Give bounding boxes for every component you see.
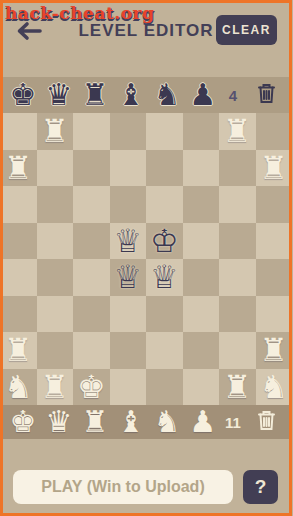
piece-black-queen: ♕ <box>150 259 179 296</box>
square-c8[interactable] <box>73 113 110 150</box>
watermark-text: hack-cheat.org <box>5 3 154 23</box>
piece-white-knight: ♞ <box>4 369 33 406</box>
piece-white-rook: ♜ <box>223 369 252 406</box>
square-h6[interactable] <box>256 186 293 223</box>
square-e1[interactable] <box>146 369 183 406</box>
square-c4[interactable] <box>73 259 110 296</box>
square-f7[interactable] <box>183 150 220 187</box>
square-a8[interactable] <box>0 113 37 150</box>
square-c6[interactable] <box>73 186 110 223</box>
square-c3[interactable] <box>73 296 110 333</box>
clear-button[interactable]: CLEAR <box>216 15 277 45</box>
black-queen-icon: ♛ <box>46 80 73 110</box>
trash-icon <box>257 409 276 435</box>
white-queen-icon: ♛ <box>46 407 73 437</box>
square-e5[interactable]: ♔ <box>146 223 183 260</box>
square-b5[interactable] <box>37 223 74 260</box>
square-b8[interactable]: ♜ <box>37 113 74 150</box>
square-h8[interactable] <box>256 113 293 150</box>
square-d6[interactable] <box>110 186 147 223</box>
square-e8[interactable] <box>146 113 183 150</box>
square-b3[interactable] <box>37 296 74 333</box>
square-h2[interactable]: ♜ <box>256 332 293 369</box>
square-d4[interactable]: ♕ <box>110 259 147 296</box>
square-a2[interactable]: ♜ <box>0 332 37 369</box>
square-b2[interactable] <box>37 332 74 369</box>
white-trash-button[interactable] <box>252 405 280 439</box>
square-d5[interactable]: ♕ <box>110 223 147 260</box>
palette-white-rook[interactable]: ♜ <box>77 405 113 439</box>
play-button[interactable]: PLAY (Win to Upload) <box>13 470 233 504</box>
palette-white-king[interactable]: ♚ <box>5 405 41 439</box>
square-h1[interactable]: ♞ <box>256 369 293 406</box>
white-piece-count: 11 <box>219 405 247 439</box>
white-knight-icon: ♞ <box>154 407 181 437</box>
square-g7[interactable] <box>219 150 256 187</box>
square-h7[interactable]: ♜ <box>256 150 293 187</box>
piece-white-rook: ♜ <box>4 150 33 187</box>
black-king-icon: ♚ <box>10 80 37 110</box>
square-c7[interactable] <box>73 150 110 187</box>
palette-white-queen[interactable]: ♛ <box>41 405 77 439</box>
piece-black-queen: ♕ <box>113 259 142 296</box>
square-g3[interactable] <box>219 296 256 333</box>
piece-white-knight: ♞ <box>259 369 288 406</box>
square-f8[interactable] <box>183 113 220 150</box>
square-g8[interactable]: ♜ <box>219 113 256 150</box>
piece-white-rook: ♜ <box>223 113 252 150</box>
square-f5[interactable] <box>183 223 220 260</box>
square-a3[interactable] <box>0 296 37 333</box>
square-g1[interactable]: ♜ <box>219 369 256 406</box>
black-pawn-icon: ♟ <box>190 80 217 110</box>
white-bishop-icon: ♝ <box>118 407 145 437</box>
square-d2[interactable] <box>110 332 147 369</box>
piece-white-rook: ♜ <box>259 150 288 187</box>
piece-black-king: ♔ <box>150 223 179 260</box>
square-f1[interactable] <box>183 369 220 406</box>
square-e6[interactable] <box>146 186 183 223</box>
trash-icon <box>257 82 276 108</box>
palette-white-knight[interactable]: ♞ <box>149 405 185 439</box>
square-a7[interactable]: ♜ <box>0 150 37 187</box>
black-piece-count: 4 <box>219 77 247 113</box>
square-c5[interactable] <box>73 223 110 260</box>
black-knight-icon: ♞ <box>154 80 181 110</box>
square-d3[interactable] <box>110 296 147 333</box>
square-e7[interactable] <box>146 150 183 187</box>
piece-white-rook: ♜ <box>4 332 33 369</box>
square-a5[interactable] <box>0 223 37 260</box>
piece-white-king: ♚ <box>77 369 106 406</box>
square-g4[interactable] <box>219 259 256 296</box>
square-e3[interactable] <box>146 296 183 333</box>
palette-black-king[interactable]: ♚ <box>5 77 41 113</box>
white-rook-icon: ♜ <box>82 407 109 437</box>
palette-white-bishop[interactable]: ♝ <box>113 405 149 439</box>
square-h5[interactable] <box>256 223 293 260</box>
square-f2[interactable] <box>183 332 220 369</box>
square-c1[interactable]: ♚ <box>73 369 110 406</box>
palette-black-knight[interactable]: ♞ <box>149 77 185 113</box>
black-rook-icon: ♜ <box>82 80 109 110</box>
square-c2[interactable] <box>73 332 110 369</box>
square-a4[interactable] <box>0 259 37 296</box>
square-e4[interactable]: ♕ <box>146 259 183 296</box>
square-b7[interactable] <box>37 150 74 187</box>
square-b4[interactable] <box>37 259 74 296</box>
square-h3[interactable] <box>256 296 293 333</box>
piece-white-rook: ♜ <box>40 113 69 150</box>
piece-white-rook: ♜ <box>40 369 69 406</box>
square-b1[interactable]: ♜ <box>37 369 74 406</box>
palette-black-queen[interactable]: ♛ <box>41 77 77 113</box>
square-d8[interactable] <box>110 113 147 150</box>
square-h4[interactable] <box>256 259 293 296</box>
square-a1[interactable]: ♞ <box>0 369 37 406</box>
piece-white-rook: ♜ <box>259 332 288 369</box>
black-trash-button[interactable] <box>252 77 280 113</box>
square-a6[interactable] <box>0 186 37 223</box>
palette-black: 4 ♚♛♜♝♞♟ <box>0 77 292 113</box>
square-f3[interactable] <box>183 296 220 333</box>
help-button[interactable]: ? <box>243 470 278 504</box>
square-g6[interactable] <box>219 186 256 223</box>
palette-black-rook[interactable]: ♜ <box>77 77 113 113</box>
palette-white-pawn[interactable]: ♟ <box>185 405 221 439</box>
white-king-icon: ♚ <box>10 407 37 437</box>
square-d7[interactable] <box>110 150 147 187</box>
square-d1[interactable] <box>110 369 147 406</box>
square-b6[interactable] <box>37 186 74 223</box>
piece-black-queen: ♕ <box>113 223 142 260</box>
square-g5[interactable] <box>219 223 256 260</box>
palette-black-pawn[interactable]: ♟ <box>185 77 221 113</box>
square-g2[interactable] <box>219 332 256 369</box>
white-pawn-icon: ♟ <box>190 407 217 437</box>
black-bishop-icon: ♝ <box>118 80 145 110</box>
palette-white: 11 ♚♛♜♝♞♟ <box>0 405 292 439</box>
square-f6[interactable] <box>183 186 220 223</box>
palette-black-bishop[interactable]: ♝ <box>113 77 149 113</box>
square-e2[interactable] <box>146 332 183 369</box>
square-f4[interactable] <box>183 259 220 296</box>
chess-board: ♜♜♜♜♕♔♕♕♜♜♞♜♚♜♞ <box>0 113 292 405</box>
